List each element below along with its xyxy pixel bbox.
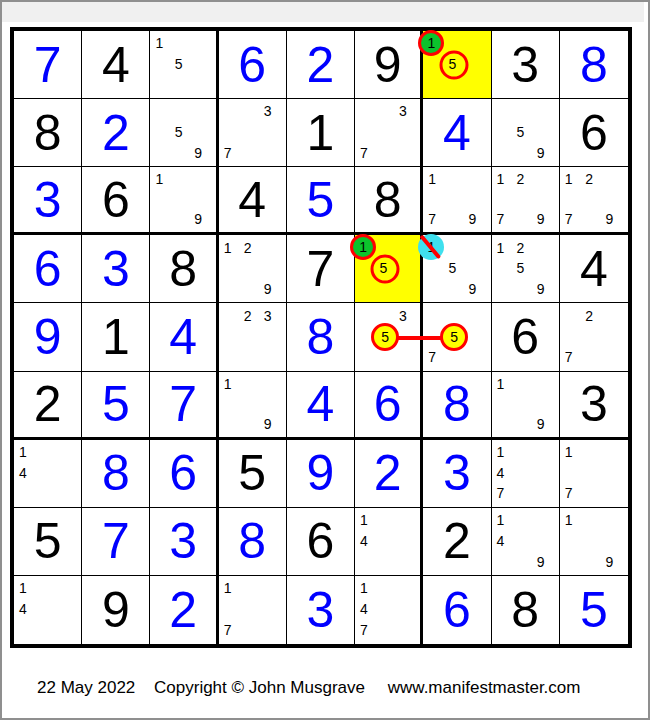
footer-date: 22 May 2022 [37, 678, 135, 697]
pencil-mark-1: 1 [224, 241, 232, 255]
cell-r1c2[interactable]: 4 [82, 31, 150, 99]
cell-r3c1[interactable]: 3 [14, 167, 82, 235]
cell-r3c6[interactable]: 8 [355, 167, 423, 235]
given-digit: 6 [492, 303, 559, 370]
cell-r9c3[interactable]: 2 [150, 576, 218, 644]
footer: 22 May 2022 Copyright © John Musgrave ww… [37, 678, 580, 698]
sudoku-app: 7415629151388259371374596361945817912791… [0, 0, 650, 720]
pencil-mark-4: 4 [19, 466, 27, 480]
cell-r5c8[interactable]: 6 [492, 303, 560, 371]
solved-digit: 2 [287, 31, 354, 98]
pencil-marks: 59 [492, 99, 559, 166]
pencil-mark-1: 1 [155, 172, 163, 186]
given-digit: 9 [82, 576, 149, 644]
red-slash-icon [420, 235, 441, 259]
solved-digit: 6 [219, 31, 286, 98]
given-digit: 8 [150, 235, 215, 302]
given-digit: 1 [82, 303, 149, 370]
cell-r7c5[interactable]: 9 [287, 440, 355, 508]
pencil-mark-4: 4 [360, 534, 368, 548]
given-digit: 5 [14, 508, 81, 575]
cell-r8c8[interactable]: 149 [492, 508, 560, 576]
given-digit: 3 [492, 31, 559, 98]
pencil-mark-2: 2 [517, 172, 525, 186]
pencil-mark-7: 7 [224, 146, 232, 160]
cell-r4c8[interactable]: 1259 [492, 235, 560, 303]
pencil-marks: 27 [560, 303, 628, 370]
solved-digit: 2 [82, 99, 149, 166]
pencil-mark-1: 1 [360, 581, 368, 595]
pencil-marks: 1259 [492, 235, 559, 302]
pencil-mark-9: 9 [537, 212, 545, 226]
cell-r4c7[interactable]: 1591 [423, 235, 491, 303]
cell-r9c1[interactable]: 14 [14, 576, 82, 644]
cell-r7c3[interactable]: 6 [150, 440, 218, 508]
solved-digit: 9 [287, 440, 354, 507]
cell-r2c7[interactable]: 4 [423, 99, 491, 167]
solved-digit: 3 [14, 167, 81, 232]
pencil-marks: 19 [560, 508, 628, 575]
solved-digit: 2 [150, 576, 215, 644]
red-ring-annotation [371, 254, 400, 283]
cell-r3c7[interactable]: 179 [423, 167, 491, 235]
pencil-marks: 14 [14, 576, 81, 644]
cell-r5c9[interactable]: 27 [560, 303, 628, 371]
cell-r1c7[interactable]: 151 [423, 31, 491, 99]
cell-r2c5[interactable]: 1 [287, 99, 355, 167]
pencil-mark-2: 2 [244, 309, 252, 323]
pencil-mark-5: 5 [517, 261, 525, 275]
pencil-mark-5: 5 [175, 125, 183, 139]
given-digit: 8 [14, 99, 81, 166]
solved-digit: 8 [82, 440, 149, 507]
cell-r9c6[interactable]: 147 [355, 576, 423, 644]
cell-r4c2[interactable]: 3 [82, 235, 150, 303]
pencil-marks: 19 [219, 372, 286, 437]
link-endpoint-circle: 5 [440, 323, 468, 351]
cell-r6c3[interactable]: 7 [150, 372, 218, 440]
pencil-mark-4: 4 [497, 466, 505, 480]
given-digit: 4 [82, 31, 149, 98]
cell-r3c9[interactable]: 1279 [560, 167, 628, 235]
cell-r5c5[interactable]: 8 [287, 303, 355, 371]
cell-r2c6[interactable]: 37 [355, 99, 423, 167]
pencil-mark-2: 2 [517, 241, 525, 255]
solved-digit: 6 [355, 372, 420, 437]
cell-r2c4[interactable]: 37 [219, 99, 287, 167]
solved-digit: 8 [287, 303, 354, 370]
cell-r3c5[interactable]: 5 [287, 167, 355, 235]
solved-digit: 9 [14, 303, 81, 370]
cell-r6c8[interactable]: 19 [492, 372, 560, 440]
pencil-marks: 1279 [492, 167, 559, 232]
footer-copyright: Copyright © John Musgrave [154, 678, 365, 697]
cell-r2c2[interactable]: 2 [82, 99, 150, 167]
pencil-mark-7: 7 [565, 350, 573, 364]
cell-r2c9[interactable]: 6 [560, 99, 628, 167]
pencil-marks: 129 [219, 235, 286, 302]
cell-r6c7[interactable]: 8 [423, 372, 491, 440]
given-digit: 4 [219, 167, 286, 232]
cell-r5c1[interactable]: 9 [14, 303, 82, 371]
given-digit: 9 [355, 31, 420, 98]
cell-r1c8[interactable]: 3 [492, 31, 560, 99]
pencil-mark-1: 1 [428, 172, 436, 186]
given-digit: 8 [492, 576, 559, 644]
pencil-mark-4: 4 [360, 602, 368, 616]
solved-digit: 7 [14, 31, 81, 98]
solved-digit: 3 [423, 440, 490, 507]
pencil-marks: 23 [219, 303, 286, 370]
cell-r3c8[interactable]: 1279 [492, 167, 560, 235]
pencil-mark-1: 1 [497, 445, 505, 459]
solved-digit: 5 [560, 576, 628, 644]
pencil-mark-1: 1 [155, 36, 163, 50]
solved-digit: 3 [150, 508, 215, 575]
pencil-mark-1: 1 [224, 581, 232, 595]
pencil-mark-1: 1 [497, 241, 505, 255]
cell-r3c4[interactable]: 4 [219, 167, 287, 235]
cell-r6c4[interactable]: 19 [219, 372, 287, 440]
cell-r4c6[interactable]: 151 [355, 235, 423, 303]
pencil-mark-1: 1 [224, 377, 232, 391]
pencil-mark-7: 7 [497, 212, 505, 226]
solved-digit: 8 [560, 31, 628, 98]
cell-r4c3[interactable]: 8 [150, 235, 218, 303]
cell-r9c4[interactable]: 17 [219, 576, 287, 644]
pencil-marks: 147 [492, 440, 559, 507]
cell-r8c1[interactable]: 5 [14, 508, 82, 576]
pencil-marks: 1279 [560, 167, 628, 232]
pencil-mark-2: 2 [585, 309, 593, 323]
pencil-mark-1: 1 [565, 445, 573, 459]
pencil-marks: 37 [355, 99, 420, 166]
solved-digit: 4 [287, 372, 354, 437]
cell-r1c1[interactable]: 7 [14, 31, 82, 99]
pencil-mark-2: 2 [585, 172, 593, 186]
cell-r2c8[interactable]: 59 [492, 99, 560, 167]
pencil-mark-5: 5 [175, 57, 183, 71]
cell-r9c7[interactable]: 6 [423, 576, 491, 644]
cyan-elimination-circle: 1 [418, 234, 444, 260]
cell-r1c6[interactable]: 9 [355, 31, 423, 99]
pencil-marks: 19 [492, 372, 559, 437]
cell-r2c3[interactable]: 59 [150, 99, 218, 167]
cell-r8c3[interactable]: 3 [150, 508, 218, 576]
cell-r8c9[interactable]: 19 [560, 508, 628, 576]
cell-r7c7[interactable]: 3 [423, 440, 491, 508]
given-digit: 8 [355, 167, 420, 232]
link-endpoint-circle: 5 [371, 323, 399, 351]
solved-digit: 5 [82, 372, 149, 437]
pencil-mark-1: 1 [497, 172, 505, 186]
pencil-mark-3: 3 [264, 309, 272, 323]
pencil-mark-9: 9 [194, 146, 202, 160]
cell-r9c8[interactable]: 8 [492, 576, 560, 644]
cell-r1c9[interactable]: 8 [560, 31, 628, 99]
solved-digit: 7 [82, 508, 149, 575]
pencil-mark-9: 9 [606, 555, 614, 569]
cell-r9c2[interactable]: 9 [82, 576, 150, 644]
cell-r5c2[interactable]: 1 [82, 303, 150, 371]
cell-r9c9[interactable]: 5 [560, 576, 628, 644]
pencil-marks: 17 [219, 576, 286, 644]
cell-r9c5[interactable]: 3 [287, 576, 355, 644]
pencil-mark-4: 4 [19, 602, 27, 616]
given-digit: 4 [560, 235, 628, 302]
cell-r2c1[interactable]: 8 [14, 99, 82, 167]
given-digit: 1 [287, 99, 354, 166]
pencil-mark-9: 9 [468, 282, 476, 296]
pencil-mark-1: 1 [497, 377, 505, 391]
solved-digit: 7 [150, 372, 215, 437]
cell-r3c2[interactable]: 6 [82, 167, 150, 235]
cell-r5c3[interactable]: 4 [150, 303, 218, 371]
pencil-mark-7: 7 [497, 486, 505, 500]
cell-r6c6[interactable]: 6 [355, 372, 423, 440]
given-digit: 6 [560, 99, 628, 166]
red-ring-annotation [440, 50, 469, 79]
given-digit: 5 [219, 440, 286, 507]
pencil-marks: 14 [14, 440, 81, 507]
window-top-strip [2, 2, 644, 22]
pencil-mark-7: 7 [428, 350, 436, 364]
pencil-mark-1: 1 [360, 513, 368, 527]
solved-digit: 8 [423, 372, 490, 437]
pencil-marks: 15 [150, 31, 215, 98]
pencil-marks: 149 [492, 508, 559, 575]
cell-r7c9[interactable]: 17 [560, 440, 628, 508]
solved-digit: 6 [423, 576, 490, 644]
pencil-mark-7: 7 [360, 146, 368, 160]
pencil-mark-9: 9 [606, 212, 614, 226]
solved-digit: 3 [82, 235, 149, 302]
cell-r3c3[interactable]: 19 [150, 167, 218, 235]
pencil-mark-2: 2 [244, 241, 252, 255]
cell-r4c9[interactable]: 4 [560, 235, 628, 303]
pencil-marks: 19 [150, 167, 215, 232]
pencil-marks: 37 [219, 99, 286, 166]
solved-digit: 5 [287, 167, 354, 232]
given-digit: 2 [423, 508, 490, 575]
cell-r5c4[interactable]: 23 [219, 303, 287, 371]
pencil-mark-9: 9 [264, 417, 272, 431]
pencil-mark-9: 9 [468, 212, 476, 226]
pencil-mark-3: 3 [399, 104, 407, 118]
given-digit: 6 [82, 167, 149, 232]
cell-r6c1[interactable]: 2 [14, 372, 82, 440]
pencil-mark-1: 1 [497, 513, 505, 527]
cell-r7c4[interactable]: 5 [219, 440, 287, 508]
solved-digit: 4 [423, 99, 490, 166]
cell-r1c5[interactable]: 2 [287, 31, 355, 99]
cell-r4c5[interactable]: 7 [287, 235, 355, 303]
pencil-mark-7: 7 [224, 623, 232, 637]
cell-r6c2[interactable]: 5 [82, 372, 150, 440]
cell-r7c6[interactable]: 2 [355, 440, 423, 508]
pencil-mark-3: 3 [399, 309, 407, 323]
pencil-mark-1: 1 [565, 172, 573, 186]
cell-r1c4[interactable]: 6 [219, 31, 287, 99]
solved-digit: 6 [150, 440, 215, 507]
pencil-mark-9: 9 [537, 282, 545, 296]
cell-r7c2[interactable]: 8 [82, 440, 150, 508]
solved-digit: 2 [355, 440, 420, 507]
solved-digit: 6 [14, 235, 81, 302]
pencil-mark-9: 9 [537, 417, 545, 431]
pencil-mark-3: 3 [264, 104, 272, 118]
pencil-mark-7: 7 [360, 623, 368, 637]
cell-r8c6[interactable]: 14 [355, 508, 423, 576]
pencil-mark-9: 9 [537, 146, 545, 160]
pencil-mark-7: 7 [428, 212, 436, 226]
given-digit: 7 [287, 235, 354, 302]
pencil-mark-1: 1 [19, 445, 27, 459]
footer-website: www.manifestmaster.com [388, 678, 581, 697]
pencil-mark-9: 9 [537, 555, 545, 569]
pencil-mark-1: 1 [19, 581, 27, 595]
cell-r4c4[interactable]: 129 [219, 235, 287, 303]
cell-r8c2[interactable]: 7 [82, 508, 150, 576]
cell-r1c3[interactable]: 15 [150, 31, 218, 99]
pencil-mark-9: 9 [264, 282, 272, 296]
pencil-mark-7: 7 [565, 212, 573, 226]
cell-r6c9[interactable]: 3 [560, 372, 628, 440]
cell-r7c1[interactable]: 14 [14, 440, 82, 508]
pencil-marks: 179 [423, 167, 490, 232]
solved-digit: 3 [287, 576, 354, 644]
cell-r4c1[interactable]: 6 [14, 235, 82, 303]
cell-r8c5[interactable]: 6 [287, 508, 355, 576]
given-digit: 2 [14, 372, 81, 437]
cell-r8c7[interactable]: 2 [423, 508, 491, 576]
pencil-mark-4: 4 [497, 534, 505, 548]
cell-r6c5[interactable]: 4 [287, 372, 355, 440]
solved-digit: 4 [150, 303, 215, 370]
solved-digit: 8 [219, 508, 286, 575]
pencil-mark-1: 1 [565, 513, 573, 527]
sudoku-board: 7415629151388259371374596361945817912791… [10, 27, 632, 648]
pencil-mark-5: 5 [517, 125, 525, 139]
given-digit: 6 [287, 508, 354, 575]
pencil-mark-5: 5 [448, 261, 456, 275]
pencil-marks: 14 [355, 508, 420, 575]
pencil-marks: 147 [355, 576, 420, 644]
pencil-mark-7: 7 [565, 486, 573, 500]
pencil-marks: 59 [150, 99, 215, 166]
pencil-mark-9: 9 [194, 212, 202, 226]
given-digit: 3 [560, 372, 628, 437]
pencil-marks: 17 [560, 440, 628, 507]
cell-r7c8[interactable]: 147 [492, 440, 560, 508]
cell-r8c4[interactable]: 8 [219, 508, 287, 576]
